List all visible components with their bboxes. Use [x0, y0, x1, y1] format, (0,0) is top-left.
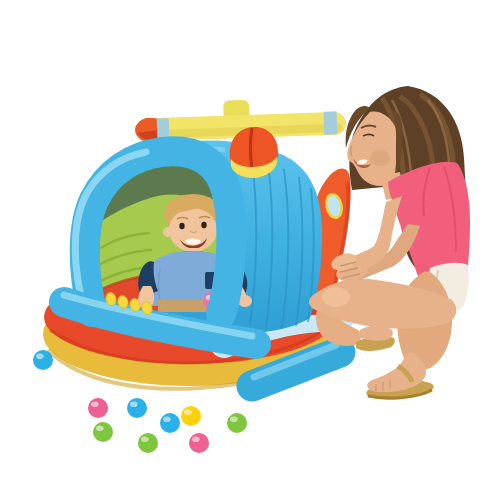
play-ball	[33, 350, 53, 370]
child-teeth	[185, 239, 201, 245]
product-photo-stage	[0, 0, 500, 500]
rotor-stripe-right	[324, 111, 338, 134]
play-ball	[127, 398, 147, 418]
woman-knee-highlight	[322, 287, 350, 307]
play-ball	[93, 422, 113, 442]
scene-svg	[0, 0, 500, 500]
play-ball	[160, 413, 180, 433]
child-eye-right	[201, 222, 206, 228]
play-ball	[189, 433, 209, 453]
hub-crease	[251, 128, 253, 168]
woman-cheek-shade	[370, 150, 390, 166]
play-ball	[88, 398, 108, 418]
play-ball	[181, 406, 201, 426]
play-ball	[138, 433, 158, 453]
rotor-hub	[230, 127, 278, 178]
play-ball	[227, 413, 247, 433]
child-face	[169, 208, 217, 252]
child-eye-left	[179, 223, 184, 229]
